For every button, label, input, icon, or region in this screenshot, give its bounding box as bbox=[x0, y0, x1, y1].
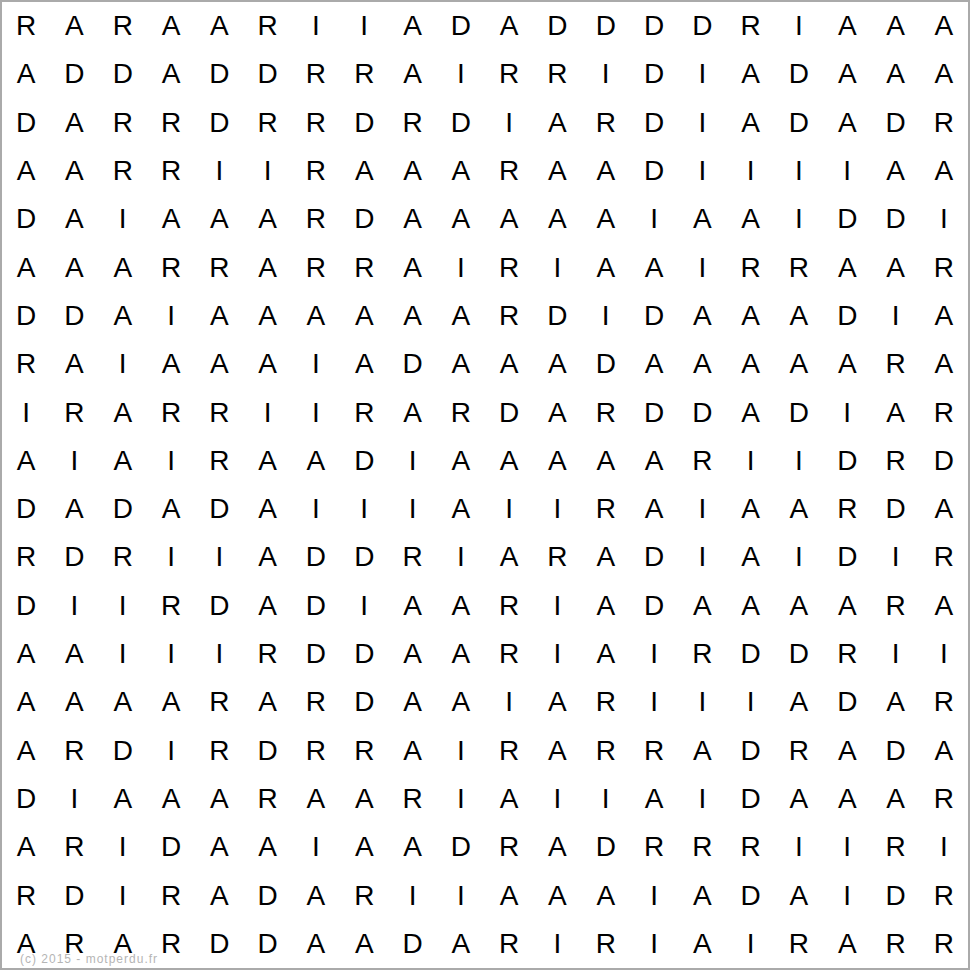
grid-cell[interactable]: A bbox=[340, 823, 388, 871]
grid-cell[interactable]: A bbox=[920, 582, 968, 630]
grid-cell[interactable]: I bbox=[678, 533, 726, 581]
grid-cell[interactable]: A bbox=[775, 340, 823, 388]
grid-cell[interactable]: D bbox=[2, 292, 50, 340]
grid-cell[interactable]: I bbox=[582, 292, 630, 340]
grid-cell[interactable]: D bbox=[630, 50, 678, 98]
grid-cell[interactable]: I bbox=[292, 340, 340, 388]
grid-cell[interactable]: R bbox=[195, 678, 243, 726]
grid-cell[interactable]: A bbox=[775, 871, 823, 919]
grid-cell[interactable]: A bbox=[437, 630, 485, 678]
grid-cell[interactable]: I bbox=[50, 775, 98, 823]
grid-cell[interactable]: D bbox=[630, 533, 678, 581]
grid-cell[interactable]: D bbox=[437, 99, 485, 147]
grid-cell[interactable]: I bbox=[775, 823, 823, 871]
grid-cell[interactable]: I bbox=[437, 243, 485, 291]
grid-cell[interactable]: A bbox=[195, 340, 243, 388]
grid-cell[interactable]: D bbox=[630, 99, 678, 147]
grid-cell[interactable]: A bbox=[147, 2, 195, 50]
grid-cell[interactable]: A bbox=[920, 340, 968, 388]
grid-cell[interactable]: A bbox=[823, 99, 871, 147]
grid-cell[interactable]: D bbox=[823, 437, 871, 485]
grid-cell[interactable]: A bbox=[243, 582, 291, 630]
grid-cell[interactable]: A bbox=[582, 871, 630, 919]
grid-cell[interactable]: A bbox=[195, 775, 243, 823]
grid-cell[interactable]: A bbox=[99, 678, 147, 726]
grid-cell[interactable]: R bbox=[99, 99, 147, 147]
grid-cell[interactable]: I bbox=[50, 437, 98, 485]
grid-cell[interactable]: R bbox=[533, 533, 581, 581]
grid-cell[interactable]: A bbox=[388, 243, 436, 291]
grid-cell[interactable]: R bbox=[292, 243, 340, 291]
grid-cell[interactable]: A bbox=[533, 195, 581, 243]
grid-cell[interactable]: A bbox=[437, 195, 485, 243]
grid-cell[interactable]: A bbox=[2, 147, 50, 195]
grid-cell[interactable]: I bbox=[630, 630, 678, 678]
grid-cell[interactable]: I bbox=[437, 533, 485, 581]
grid-cell[interactable]: D bbox=[2, 582, 50, 630]
grid-cell[interactable]: A bbox=[147, 678, 195, 726]
grid-cell[interactable]: I bbox=[582, 775, 630, 823]
grid-cell[interactable]: I bbox=[243, 388, 291, 436]
grid-cell[interactable]: R bbox=[726, 823, 774, 871]
grid-cell[interactable]: I bbox=[485, 678, 533, 726]
grid-cell[interactable]: R bbox=[920, 99, 968, 147]
grid-cell[interactable]: R bbox=[340, 50, 388, 98]
grid-cell[interactable]: R bbox=[871, 340, 919, 388]
grid-cell[interactable]: A bbox=[678, 340, 726, 388]
grid-cell[interactable]: D bbox=[340, 99, 388, 147]
grid-cell[interactable]: A bbox=[2, 823, 50, 871]
grid-cell[interactable]: I bbox=[485, 99, 533, 147]
grid-cell[interactable]: A bbox=[292, 871, 340, 919]
grid-cell[interactable]: R bbox=[147, 582, 195, 630]
grid-cell[interactable]: I bbox=[630, 871, 678, 919]
grid-cell[interactable]: R bbox=[50, 726, 98, 774]
grid-cell[interactable]: A bbox=[243, 243, 291, 291]
grid-cell[interactable]: A bbox=[533, 340, 581, 388]
grid-cell[interactable]: D bbox=[775, 388, 823, 436]
grid-cell[interactable]: D bbox=[2, 485, 50, 533]
grid-cell[interactable]: A bbox=[388, 388, 436, 436]
grid-cell[interactable]: I bbox=[195, 533, 243, 581]
grid-cell[interactable]: R bbox=[99, 2, 147, 50]
grid-cell[interactable]: A bbox=[2, 50, 50, 98]
grid-cell[interactable]: A bbox=[388, 2, 436, 50]
grid-cell[interactable]: D bbox=[485, 388, 533, 436]
grid-cell[interactable]: A bbox=[388, 195, 436, 243]
grid-cell[interactable]: R bbox=[823, 630, 871, 678]
grid-cell[interactable]: I bbox=[99, 630, 147, 678]
grid-cell[interactable]: A bbox=[871, 2, 919, 50]
grid-cell[interactable]: A bbox=[726, 340, 774, 388]
grid-cell[interactable]: A bbox=[147, 485, 195, 533]
grid-cell[interactable]: A bbox=[726, 292, 774, 340]
grid-cell[interactable]: A bbox=[50, 678, 98, 726]
grid-cell[interactable]: D bbox=[871, 485, 919, 533]
grid-cell[interactable]: R bbox=[243, 2, 291, 50]
grid-cell[interactable]: A bbox=[582, 437, 630, 485]
grid-cell[interactable]: A bbox=[50, 99, 98, 147]
grid-cell[interactable]: I bbox=[775, 147, 823, 195]
grid-cell[interactable]: I bbox=[678, 147, 726, 195]
grid-cell[interactable]: I bbox=[582, 50, 630, 98]
grid-cell[interactable]: I bbox=[823, 871, 871, 919]
grid-cell[interactable]: I bbox=[920, 823, 968, 871]
grid-cell[interactable]: I bbox=[775, 533, 823, 581]
grid-cell[interactable]: D bbox=[582, 823, 630, 871]
grid-cell[interactable]: I bbox=[99, 340, 147, 388]
grid-cell[interactable]: A bbox=[388, 630, 436, 678]
grid-cell[interactable]: D bbox=[630, 2, 678, 50]
grid-cell[interactable]: A bbox=[533, 388, 581, 436]
grid-cell[interactable]: D bbox=[99, 485, 147, 533]
grid-cell[interactable]: A bbox=[195, 823, 243, 871]
grid-cell[interactable]: A bbox=[485, 533, 533, 581]
grid-cell[interactable]: I bbox=[147, 726, 195, 774]
grid-cell[interactable]: A bbox=[50, 340, 98, 388]
grid-cell[interactable]: R bbox=[582, 485, 630, 533]
grid-cell[interactable]: R bbox=[871, 437, 919, 485]
grid-cell[interactable]: R bbox=[920, 775, 968, 823]
grid-cell[interactable]: R bbox=[823, 485, 871, 533]
grid-cell[interactable]: A bbox=[920, 485, 968, 533]
grid-cell[interactable]: D bbox=[50, 533, 98, 581]
grid-cell[interactable]: D bbox=[920, 437, 968, 485]
grid-cell[interactable]: D bbox=[775, 50, 823, 98]
grid-cell[interactable]: A bbox=[920, 292, 968, 340]
grid-cell[interactable]: A bbox=[340, 147, 388, 195]
grid-cell[interactable]: I bbox=[147, 292, 195, 340]
grid-cell[interactable]: R bbox=[726, 243, 774, 291]
grid-cell[interactable]: A bbox=[678, 582, 726, 630]
grid-cell[interactable]: A bbox=[533, 678, 581, 726]
grid-cell[interactable]: D bbox=[630, 582, 678, 630]
grid-cell[interactable]: A bbox=[195, 2, 243, 50]
grid-cell[interactable]: D bbox=[726, 630, 774, 678]
grid-cell[interactable]: R bbox=[920, 243, 968, 291]
grid-cell[interactable]: R bbox=[50, 823, 98, 871]
grid-cell[interactable]: A bbox=[243, 678, 291, 726]
grid-cell[interactable]: A bbox=[99, 388, 147, 436]
grid-cell[interactable]: A bbox=[775, 485, 823, 533]
grid-cell[interactable]: I bbox=[630, 195, 678, 243]
grid-cell[interactable]: I bbox=[630, 920, 678, 968]
grid-cell[interactable]: I bbox=[195, 630, 243, 678]
grid-cell[interactable]: R bbox=[195, 726, 243, 774]
grid-cell[interactable]: I bbox=[775, 437, 823, 485]
grid-cell[interactable]: A bbox=[871, 243, 919, 291]
grid-cell[interactable]: D bbox=[340, 437, 388, 485]
grid-cell[interactable]: D bbox=[823, 195, 871, 243]
grid-cell[interactable]: I bbox=[340, 485, 388, 533]
grid-cell[interactable]: A bbox=[99, 292, 147, 340]
grid-cell[interactable]: A bbox=[678, 292, 726, 340]
grid-cell[interactable]: D bbox=[582, 340, 630, 388]
grid-cell[interactable]: R bbox=[2, 871, 50, 919]
grid-cell[interactable]: R bbox=[871, 582, 919, 630]
grid-cell[interactable]: I bbox=[147, 630, 195, 678]
grid-cell[interactable]: A bbox=[99, 243, 147, 291]
grid-cell[interactable]: A bbox=[437, 292, 485, 340]
grid-cell[interactable]: A bbox=[340, 292, 388, 340]
grid-cell[interactable]: R bbox=[582, 920, 630, 968]
grid-cell[interactable]: R bbox=[485, 50, 533, 98]
grid-cell[interactable]: A bbox=[437, 147, 485, 195]
grid-cell[interactable]: A bbox=[388, 147, 436, 195]
grid-cell[interactable]: R bbox=[99, 533, 147, 581]
grid-cell[interactable]: A bbox=[243, 340, 291, 388]
grid-cell[interactable]: I bbox=[871, 630, 919, 678]
grid-cell[interactable]: I bbox=[775, 2, 823, 50]
grid-cell[interactable]: A bbox=[147, 340, 195, 388]
grid-cell[interactable]: A bbox=[388, 726, 436, 774]
grid-cell[interactable]: A bbox=[533, 726, 581, 774]
grid-cell[interactable]: D bbox=[340, 630, 388, 678]
grid-cell[interactable]: D bbox=[630, 388, 678, 436]
grid-cell[interactable]: R bbox=[195, 243, 243, 291]
grid-cell[interactable]: A bbox=[920, 726, 968, 774]
grid-cell[interactable]: I bbox=[630, 678, 678, 726]
grid-cell[interactable]: A bbox=[823, 50, 871, 98]
grid-cell[interactable]: R bbox=[99, 147, 147, 195]
grid-cell[interactable]: D bbox=[340, 533, 388, 581]
grid-cell[interactable]: D bbox=[678, 2, 726, 50]
grid-cell[interactable]: D bbox=[630, 147, 678, 195]
grid-cell[interactable]: R bbox=[340, 388, 388, 436]
grid-cell[interactable]: D bbox=[243, 871, 291, 919]
grid-cell[interactable]: D bbox=[582, 2, 630, 50]
grid-cell[interactable]: I bbox=[437, 50, 485, 98]
grid-cell[interactable]: A bbox=[485, 340, 533, 388]
grid-cell[interactable]: D bbox=[195, 50, 243, 98]
grid-cell[interactable]: A bbox=[726, 99, 774, 147]
grid-cell[interactable]: A bbox=[243, 437, 291, 485]
grid-cell[interactable]: D bbox=[630, 292, 678, 340]
grid-cell[interactable]: I bbox=[99, 823, 147, 871]
grid-cell[interactable]: D bbox=[292, 582, 340, 630]
grid-cell[interactable]: R bbox=[920, 388, 968, 436]
grid-cell[interactable]: D bbox=[2, 195, 50, 243]
grid-cell[interactable]: R bbox=[195, 388, 243, 436]
grid-cell[interactable]: R bbox=[2, 340, 50, 388]
grid-cell[interactable]: A bbox=[2, 678, 50, 726]
grid-cell[interactable]: I bbox=[340, 2, 388, 50]
grid-cell[interactable]: D bbox=[823, 292, 871, 340]
grid-cell[interactable]: A bbox=[775, 678, 823, 726]
grid-cell[interactable]: A bbox=[582, 533, 630, 581]
grid-cell[interactable]: R bbox=[147, 388, 195, 436]
grid-cell[interactable]: A bbox=[437, 920, 485, 968]
grid-cell[interactable]: A bbox=[340, 340, 388, 388]
grid-cell[interactable]: I bbox=[533, 243, 581, 291]
grid-cell[interactable]: D bbox=[533, 2, 581, 50]
grid-cell[interactable]: I bbox=[678, 50, 726, 98]
grid-cell[interactable]: D bbox=[2, 99, 50, 147]
grid-cell[interactable]: R bbox=[2, 2, 50, 50]
grid-cell[interactable]: I bbox=[533, 920, 581, 968]
grid-cell[interactable]: A bbox=[533, 99, 581, 147]
grid-cell[interactable]: I bbox=[243, 147, 291, 195]
grid-cell[interactable]: A bbox=[775, 292, 823, 340]
grid-cell[interactable]: R bbox=[437, 388, 485, 436]
grid-cell[interactable]: R bbox=[485, 582, 533, 630]
grid-cell[interactable]: D bbox=[292, 630, 340, 678]
grid-cell[interactable]: R bbox=[388, 533, 436, 581]
grid-cell[interactable]: R bbox=[871, 823, 919, 871]
grid-cell[interactable]: D bbox=[243, 50, 291, 98]
grid-cell[interactable]: I bbox=[2, 388, 50, 436]
grid-cell[interactable]: A bbox=[823, 920, 871, 968]
grid-cell[interactable]: A bbox=[243, 485, 291, 533]
grid-cell[interactable]: A bbox=[50, 2, 98, 50]
grid-cell[interactable]: I bbox=[920, 630, 968, 678]
grid-cell[interactable]: R bbox=[920, 533, 968, 581]
grid-cell[interactable]: D bbox=[775, 630, 823, 678]
grid-cell[interactable]: R bbox=[292, 50, 340, 98]
grid-cell[interactable]: A bbox=[195, 871, 243, 919]
grid-cell[interactable]: I bbox=[678, 243, 726, 291]
grid-cell[interactable]: D bbox=[50, 292, 98, 340]
grid-cell[interactable]: A bbox=[50, 147, 98, 195]
grid-cell[interactable]: D bbox=[195, 920, 243, 968]
grid-cell[interactable]: A bbox=[2, 437, 50, 485]
grid-cell[interactable]: R bbox=[485, 630, 533, 678]
grid-cell[interactable]: R bbox=[871, 920, 919, 968]
grid-cell[interactable]: I bbox=[195, 147, 243, 195]
grid-cell[interactable]: R bbox=[630, 823, 678, 871]
grid-cell[interactable]: A bbox=[99, 437, 147, 485]
grid-cell[interactable]: I bbox=[485, 485, 533, 533]
grid-cell[interactable]: A bbox=[485, 195, 533, 243]
grid-cell[interactable]: D bbox=[99, 50, 147, 98]
grid-cell[interactable]: I bbox=[292, 2, 340, 50]
grid-cell[interactable]: R bbox=[243, 775, 291, 823]
grid-cell[interactable]: I bbox=[533, 775, 581, 823]
grid-cell[interactable]: A bbox=[340, 920, 388, 968]
grid-cell[interactable]: D bbox=[871, 195, 919, 243]
grid-cell[interactable]: A bbox=[726, 582, 774, 630]
grid-cell[interactable]: A bbox=[50, 195, 98, 243]
grid-cell[interactable]: A bbox=[582, 147, 630, 195]
grid-cell[interactable]: A bbox=[437, 340, 485, 388]
grid-cell[interactable]: A bbox=[871, 147, 919, 195]
grid-cell[interactable]: R bbox=[340, 726, 388, 774]
grid-cell[interactable]: A bbox=[920, 50, 968, 98]
grid-cell[interactable]: R bbox=[147, 871, 195, 919]
grid-cell[interactable]: I bbox=[823, 823, 871, 871]
grid-cell[interactable]: I bbox=[726, 437, 774, 485]
grid-cell[interactable]: D bbox=[292, 533, 340, 581]
grid-cell[interactable]: A bbox=[726, 533, 774, 581]
grid-cell[interactable]: R bbox=[920, 920, 968, 968]
grid-cell[interactable]: D bbox=[823, 533, 871, 581]
grid-cell[interactable]: I bbox=[147, 533, 195, 581]
grid-cell[interactable]: A bbox=[533, 871, 581, 919]
grid-cell[interactable]: D bbox=[2, 775, 50, 823]
grid-cell[interactable]: I bbox=[678, 99, 726, 147]
grid-cell[interactable]: I bbox=[871, 533, 919, 581]
grid-cell[interactable]: D bbox=[871, 99, 919, 147]
grid-cell[interactable]: R bbox=[292, 147, 340, 195]
grid-cell[interactable]: A bbox=[533, 823, 581, 871]
grid-cell[interactable]: D bbox=[726, 775, 774, 823]
grid-cell[interactable]: R bbox=[775, 243, 823, 291]
grid-cell[interactable]: R bbox=[533, 50, 581, 98]
grid-cell[interactable]: R bbox=[678, 823, 726, 871]
grid-cell[interactable]: R bbox=[388, 775, 436, 823]
grid-cell[interactable]: R bbox=[485, 726, 533, 774]
grid-cell[interactable]: R bbox=[678, 630, 726, 678]
grid-cell[interactable]: R bbox=[147, 99, 195, 147]
grid-cell[interactable]: A bbox=[485, 775, 533, 823]
grid-cell[interactable]: D bbox=[871, 726, 919, 774]
grid-cell[interactable]: I bbox=[823, 388, 871, 436]
grid-cell[interactable]: R bbox=[485, 823, 533, 871]
grid-cell[interactable]: A bbox=[485, 871, 533, 919]
grid-cell[interactable]: A bbox=[582, 243, 630, 291]
grid-cell[interactable]: R bbox=[388, 99, 436, 147]
grid-cell[interactable]: D bbox=[388, 920, 436, 968]
grid-cell[interactable]: A bbox=[630, 485, 678, 533]
grid-cell[interactable]: D bbox=[50, 50, 98, 98]
grid-cell[interactable]: I bbox=[726, 920, 774, 968]
grid-cell[interactable]: A bbox=[630, 340, 678, 388]
grid-cell[interactable]: D bbox=[195, 99, 243, 147]
grid-cell[interactable]: R bbox=[340, 871, 388, 919]
grid-cell[interactable]: A bbox=[726, 50, 774, 98]
grid-cell[interactable]: R bbox=[775, 920, 823, 968]
grid-cell[interactable]: I bbox=[437, 871, 485, 919]
grid-cell[interactable]: I bbox=[388, 871, 436, 919]
grid-cell[interactable]: R bbox=[195, 437, 243, 485]
grid-cell[interactable]: A bbox=[388, 582, 436, 630]
grid-cell[interactable]: A bbox=[485, 2, 533, 50]
grid-cell[interactable]: D bbox=[437, 823, 485, 871]
grid-cell[interactable]: D bbox=[823, 678, 871, 726]
grid-cell[interactable]: I bbox=[99, 582, 147, 630]
grid-cell[interactable]: D bbox=[195, 582, 243, 630]
grid-cell[interactable]: A bbox=[99, 775, 147, 823]
grid-cell[interactable]: I bbox=[726, 147, 774, 195]
grid-cell[interactable]: A bbox=[243, 823, 291, 871]
grid-cell[interactable]: A bbox=[388, 50, 436, 98]
grid-cell[interactable]: A bbox=[388, 292, 436, 340]
grid-cell[interactable]: D bbox=[147, 823, 195, 871]
grid-cell[interactable]: D bbox=[50, 871, 98, 919]
grid-cell[interactable]: D bbox=[340, 678, 388, 726]
grid-cell[interactable]: A bbox=[823, 726, 871, 774]
grid-cell[interactable]: A bbox=[340, 775, 388, 823]
grid-cell[interactable]: A bbox=[292, 437, 340, 485]
grid-cell[interactable]: R bbox=[292, 99, 340, 147]
grid-cell[interactable]: A bbox=[678, 920, 726, 968]
grid-cell[interactable]: A bbox=[871, 678, 919, 726]
grid-cell[interactable]: A bbox=[437, 582, 485, 630]
grid-cell[interactable]: A bbox=[726, 485, 774, 533]
grid-cell[interactable]: I bbox=[678, 678, 726, 726]
grid-cell[interactable]: A bbox=[726, 195, 774, 243]
grid-cell[interactable]: A bbox=[823, 2, 871, 50]
grid-cell[interactable]: R bbox=[340, 243, 388, 291]
grid-cell[interactable]: I bbox=[437, 775, 485, 823]
grid-cell[interactable]: I bbox=[292, 485, 340, 533]
grid-cell[interactable]: R bbox=[678, 437, 726, 485]
grid-cell[interactable]: A bbox=[775, 775, 823, 823]
grid-cell[interactable]: R bbox=[775, 726, 823, 774]
grid-cell[interactable]: D bbox=[388, 340, 436, 388]
grid-cell[interactable]: A bbox=[775, 582, 823, 630]
grid-cell[interactable]: A bbox=[630, 437, 678, 485]
